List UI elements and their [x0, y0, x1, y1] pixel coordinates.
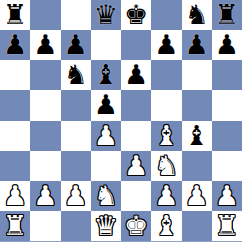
white-knight-piece[interactable]: ♞	[154, 151, 178, 181]
square-a5[interactable]	[0, 90, 30, 120]
white-rook-piece[interactable]: ♜	[3, 211, 27, 241]
square-f1[interactable]: ♝	[151, 211, 181, 241]
square-c1[interactable]	[61, 211, 91, 241]
square-c2[interactable]: ♟	[61, 181, 91, 211]
black-rook-piece[interactable]: ♜	[215, 0, 239, 30]
square-f5[interactable]	[151, 90, 181, 120]
square-e5[interactable]	[121, 90, 151, 120]
square-e2[interactable]	[121, 181, 151, 211]
white-pawn-piece[interactable]: ♟	[64, 181, 88, 211]
white-pawn-piece[interactable]: ♟	[215, 181, 239, 211]
white-king-piece[interactable]: ♚	[124, 211, 148, 241]
white-pawn-piece[interactable]: ♟	[154, 181, 178, 211]
white-bishop-piece[interactable]: ♝	[154, 211, 178, 241]
white-pawn-piece[interactable]: ♟	[124, 151, 148, 181]
square-a1[interactable]: ♜	[0, 211, 30, 241]
square-c3[interactable]	[61, 151, 91, 181]
black-king-piece[interactable]: ♚	[124, 0, 148, 30]
white-bishop-piece[interactable]: ♝	[154, 121, 178, 151]
square-h7[interactable]: ♟	[212, 30, 242, 60]
square-d8[interactable]: ♛	[91, 0, 121, 30]
square-f6[interactable]	[151, 60, 181, 90]
square-b5[interactable]	[30, 90, 60, 120]
square-b1[interactable]	[30, 211, 60, 241]
black-pawn-piece[interactable]: ♟	[185, 30, 209, 60]
square-c8[interactable]	[61, 0, 91, 30]
black-pawn-piece[interactable]: ♟	[154, 30, 178, 60]
black-pawn-piece[interactable]: ♟	[124, 60, 148, 90]
square-h6[interactable]	[212, 60, 242, 90]
square-c5[interactable]	[61, 90, 91, 120]
square-b6[interactable]	[30, 60, 60, 90]
black-bishop-piece[interactable]: ♝	[185, 121, 209, 151]
white-rook-piece[interactable]: ♜	[215, 211, 239, 241]
black-knight-piece[interactable]: ♞	[64, 60, 88, 90]
white-pawn-piece[interactable]: ♟	[33, 181, 57, 211]
square-f8[interactable]	[151, 0, 181, 30]
square-g1[interactable]	[182, 211, 212, 241]
chess-board: ♜♛♚♞♜♟♟♟♟♟♟♞♝♟♟♟♝♝♟♞♟♟♟♞♟♟♟♜♛♚♝♜	[0, 0, 242, 242]
square-e1[interactable]: ♚	[121, 211, 151, 241]
square-f4[interactable]: ♝	[151, 121, 181, 151]
square-f2[interactable]: ♟	[151, 181, 181, 211]
square-c4[interactable]	[61, 121, 91, 151]
square-f7[interactable]: ♟	[151, 30, 181, 60]
square-b7[interactable]: ♟	[30, 30, 60, 60]
black-pawn-piece[interactable]: ♟	[215, 30, 239, 60]
square-e8[interactable]: ♚	[121, 0, 151, 30]
square-g5[interactable]	[182, 90, 212, 120]
square-a8[interactable]: ♜	[0, 0, 30, 30]
square-g6[interactable]	[182, 60, 212, 90]
black-rook-piece[interactable]: ♜	[3, 0, 27, 30]
square-f3[interactable]: ♞	[151, 151, 181, 181]
black-bishop-piece[interactable]: ♝	[94, 60, 118, 90]
square-c6[interactable]: ♞	[61, 60, 91, 90]
square-b4[interactable]	[30, 121, 60, 151]
black-knight-piece[interactable]: ♞	[185, 0, 209, 30]
square-d3[interactable]	[91, 151, 121, 181]
white-queen-piece[interactable]: ♛	[94, 211, 118, 241]
white-pawn-piece[interactable]: ♟	[94, 121, 118, 151]
black-pawn-piece[interactable]: ♟	[33, 30, 57, 60]
square-g4[interactable]: ♝	[182, 121, 212, 151]
square-e6[interactable]: ♟	[121, 60, 151, 90]
square-d6[interactable]: ♝	[91, 60, 121, 90]
square-b2[interactable]: ♟	[30, 181, 60, 211]
square-h1[interactable]: ♜	[212, 211, 242, 241]
black-pawn-piece[interactable]: ♟	[3, 30, 27, 60]
square-a3[interactable]	[0, 151, 30, 181]
square-d7[interactable]	[91, 30, 121, 60]
square-d5[interactable]: ♟	[91, 90, 121, 120]
square-g7[interactable]: ♟	[182, 30, 212, 60]
square-e7[interactable]	[121, 30, 151, 60]
white-pawn-piece[interactable]: ♟	[185, 181, 209, 211]
square-b3[interactable]	[30, 151, 60, 181]
square-a4[interactable]	[0, 121, 30, 151]
square-e3[interactable]: ♟	[121, 151, 151, 181]
white-knight-piece[interactable]: ♞	[94, 181, 118, 211]
square-c7[interactable]: ♟	[61, 30, 91, 60]
black-queen-piece[interactable]: ♛	[94, 0, 118, 30]
square-d4[interactable]: ♟	[91, 121, 121, 151]
square-h5[interactable]	[212, 90, 242, 120]
square-a7[interactable]: ♟	[0, 30, 30, 60]
square-b8[interactable]	[30, 0, 60, 30]
square-g2[interactable]: ♟	[182, 181, 212, 211]
square-g3[interactable]	[182, 151, 212, 181]
square-h3[interactable]	[212, 151, 242, 181]
square-g8[interactable]: ♞	[182, 0, 212, 30]
square-a6[interactable]	[0, 60, 30, 90]
square-a2[interactable]: ♟	[0, 181, 30, 211]
black-pawn-piece[interactable]: ♟	[94, 90, 118, 120]
square-d1[interactable]: ♛	[91, 211, 121, 241]
square-h4[interactable]	[212, 121, 242, 151]
square-h8[interactable]: ♜	[212, 0, 242, 30]
white-pawn-piece[interactable]: ♟	[3, 181, 27, 211]
square-e4[interactable]	[121, 121, 151, 151]
square-h2[interactable]: ♟	[212, 181, 242, 211]
square-d2[interactable]: ♞	[91, 181, 121, 211]
black-pawn-piece[interactable]: ♟	[64, 30, 88, 60]
